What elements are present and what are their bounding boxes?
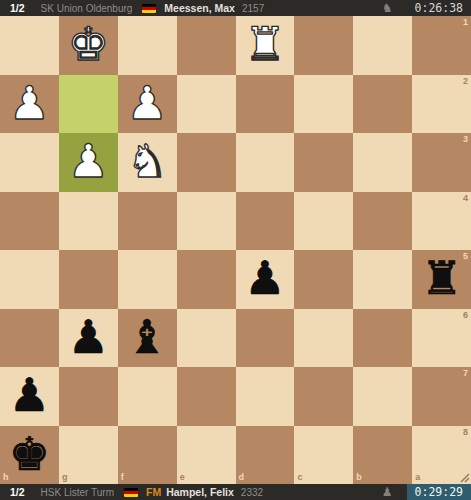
broadcast-board-widget: 1/2 SK Union Oldenburg Meessen, Max 2157… (0, 0, 471, 500)
white-player-name: Meessen, Max (164, 2, 235, 14)
square-a2[interactable]: 2 (412, 75, 471, 134)
black-pawn[interactable]: ♟ (9, 372, 50, 418)
square-a3[interactable]: 3 (412, 133, 471, 192)
black-pawn[interactable]: ♟ (244, 255, 285, 301)
square-e1[interactable] (177, 16, 236, 75)
square-g5[interactable] (59, 250, 118, 309)
black-player-rating: 2332 (241, 487, 263, 498)
square-b4[interactable] (353, 192, 412, 251)
square-e2[interactable] (177, 75, 236, 134)
square-g7[interactable] (59, 367, 118, 426)
chess-board[interactable]: ♚♜1♟♟2♟♞34♟♜5♟♝6♟7♚hgfedcba8 (0, 16, 471, 484)
square-b8[interactable]: b (353, 426, 412, 485)
square-h6[interactable] (0, 309, 59, 368)
square-c5[interactable] (294, 250, 353, 309)
square-h8[interactable]: ♚h (0, 426, 59, 485)
square-a6[interactable]: 6 (412, 309, 471, 368)
square-c2[interactable] (294, 75, 353, 134)
rank-label-4: 4 (463, 194, 468, 203)
black-player-name: Hampel, Felix (166, 486, 234, 498)
white-rook[interactable]: ♜ (244, 21, 285, 67)
square-h7[interactable]: ♟ (0, 367, 59, 426)
germany-flag-icon (124, 488, 138, 497)
square-b3[interactable] (353, 133, 412, 192)
file-label-a: a (415, 473, 420, 482)
square-c6[interactable] (294, 309, 353, 368)
rank-label-3: 3 (463, 135, 468, 144)
square-f6[interactable]: ♝ (118, 309, 177, 368)
square-h3[interactable] (0, 133, 59, 192)
black-pawn[interactable]: ♟ (68, 314, 109, 360)
pawn-icon: ♟ (382, 486, 393, 498)
rank-label-7: 7 (463, 369, 468, 378)
black-score: 1/2 (10, 486, 25, 498)
square-f8[interactable]: f (118, 426, 177, 485)
knight-icon: ♞ (382, 2, 393, 14)
rank-label-1: 1 (463, 18, 468, 27)
black-team-name: HSK Lister Turm (41, 487, 114, 498)
white-king[interactable]: ♚ (68, 21, 109, 67)
square-a4[interactable]: 4 (412, 192, 471, 251)
black-rook[interactable]: ♜ (421, 255, 462, 301)
square-a5[interactable]: ♜5 (412, 250, 471, 309)
square-f1[interactable] (118, 16, 177, 75)
file-label-f: f (121, 473, 124, 482)
square-d8[interactable]: d (236, 426, 295, 485)
board-resize-handle[interactable] (459, 472, 470, 483)
square-c7[interactable] (294, 367, 353, 426)
square-g8[interactable]: g (59, 426, 118, 485)
square-c8[interactable]: c (294, 426, 353, 485)
square-d4[interactable] (236, 192, 295, 251)
square-e4[interactable] (177, 192, 236, 251)
file-label-c: c (297, 473, 302, 482)
square-e3[interactable] (177, 133, 236, 192)
square-c3[interactable] (294, 133, 353, 192)
square-g6[interactable]: ♟ (59, 309, 118, 368)
square-h5[interactable] (0, 250, 59, 309)
white-knight[interactable]: ♞ (127, 138, 168, 184)
player-bar-bottom: 1/2 HSK Lister Turm FM Hampel, Felix 233… (0, 484, 471, 500)
square-b7[interactable] (353, 367, 412, 426)
square-d2[interactable] (236, 75, 295, 134)
square-d7[interactable] (236, 367, 295, 426)
file-label-h: h (3, 473, 9, 482)
square-g1[interactable]: ♚ (59, 16, 118, 75)
square-c4[interactable] (294, 192, 353, 251)
rank-label-2: 2 (463, 77, 468, 86)
white-pawn[interactable]: ♟ (9, 80, 50, 126)
square-d6[interactable] (236, 309, 295, 368)
square-b2[interactable] (353, 75, 412, 134)
square-a7[interactable]: 7 (412, 367, 471, 426)
square-e8[interactable]: e (177, 426, 236, 485)
white-player-rating: 2157 (242, 3, 264, 14)
square-a1[interactable]: 1 (412, 16, 471, 75)
white-pawn[interactable]: ♟ (68, 138, 109, 184)
germany-flag-icon (142, 4, 156, 13)
square-f3[interactable]: ♞ (118, 133, 177, 192)
white-pawn[interactable]: ♟ (127, 80, 168, 126)
square-b1[interactable] (353, 16, 412, 75)
square-d3[interactable] (236, 133, 295, 192)
rank-label-8: 8 (463, 428, 468, 437)
square-f7[interactable] (118, 367, 177, 426)
square-b6[interactable] (353, 309, 412, 368)
square-f5[interactable] (118, 250, 177, 309)
black-king[interactable]: ♚ (9, 431, 50, 477)
square-h1[interactable] (0, 16, 59, 75)
file-label-g: g (62, 473, 68, 482)
square-f4[interactable] (118, 192, 177, 251)
square-d5[interactable]: ♟ (236, 250, 295, 309)
rank-label-5: 5 (463, 252, 468, 261)
square-g3[interactable]: ♟ (59, 133, 118, 192)
square-h4[interactable] (0, 192, 59, 251)
square-c1[interactable] (294, 16, 353, 75)
square-d1[interactable]: ♜ (236, 16, 295, 75)
square-h2[interactable]: ♟ (0, 75, 59, 134)
white-score: 1/2 (10, 2, 25, 14)
file-label-b: b (356, 473, 362, 482)
white-clock: 0:26:38 (407, 0, 471, 16)
black-bishop[interactable]: ♝ (127, 314, 168, 360)
square-b5[interactable] (353, 250, 412, 309)
player-bar-top: 1/2 SK Union Oldenburg Meessen, Max 2157… (0, 0, 471, 16)
square-e7[interactable] (177, 367, 236, 426)
square-e5[interactable] (177, 250, 236, 309)
file-label-d: d (239, 473, 245, 482)
square-g2[interactable] (59, 75, 118, 134)
square-f2[interactable]: ♟ (118, 75, 177, 134)
square-g4[interactable] (59, 192, 118, 251)
square-e6[interactable] (177, 309, 236, 368)
rank-label-6: 6 (463, 311, 468, 320)
white-team-name: SK Union Oldenburg (41, 3, 133, 14)
file-label-e: e (180, 473, 185, 482)
fide-title-badge: FM (146, 486, 161, 498)
black-clock: 0:29:29 (407, 484, 471, 500)
